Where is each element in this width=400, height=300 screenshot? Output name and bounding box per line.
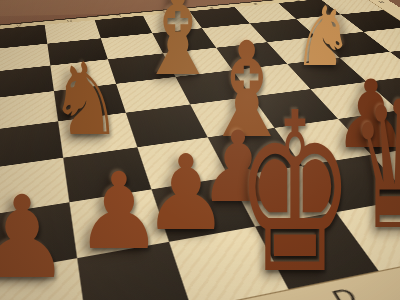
chess-board-photo: ABCDEFGH 87654321 87654321 ABCDEFGH ♞♝♞♝… — [0, 0, 400, 300]
piece-black-pawn-b2[interactable]: ♟ — [75, 159, 162, 265]
piece-black-king-d1[interactable]: ♚ — [236, 84, 354, 300]
piece-black-knight-b5[interactable]: ♞ — [49, 50, 123, 150]
piece-black-pawn-a2[interactable]: ♟ — [0, 181, 71, 295]
piece-black-queen-e1[interactable]: ♛ — [350, 79, 400, 255]
pieces-layer: ♞♝♞♝♟♟♛♟♟♟♚ — [0, 0, 400, 300]
